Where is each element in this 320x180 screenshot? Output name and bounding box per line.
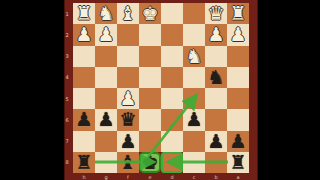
square-e8[interactable]: ♚ (139, 152, 161, 173)
square-c2[interactable] (183, 24, 205, 45)
square-g6[interactable]: ♟ (95, 109, 117, 130)
square-a1[interactable]: ♜ (227, 3, 249, 24)
square-g5[interactable] (95, 88, 117, 109)
square-b2[interactable]: ♟ (205, 24, 227, 45)
chess-board: ♜♞♝♚♛♜♟♟♟♟♞♞♟♟♟♛♟♟♟♟♜♝♚♜ (73, 3, 249, 173)
square-g7[interactable] (95, 131, 117, 152)
square-f6[interactable]: ♛ (117, 109, 139, 130)
square-f4[interactable] (117, 67, 139, 88)
square-b1[interactable]: ♛ (205, 3, 227, 24)
white-rook-h1: ♜ (73, 3, 95, 24)
square-c1[interactable] (183, 3, 205, 24)
white-king-e1: ♚ (139, 3, 161, 24)
square-b8[interactable] (205, 152, 227, 173)
chess-lesson-thumbnail: ♜♞♝♚♛♜♟♟♟♟♞♞♟♟♟♛♟♟♟♟♜♝♚♜ 12345678hgfedcb… (0, 0, 320, 180)
white-pawn-f5: ♟ (117, 88, 139, 109)
black-knight-b4: ♞ (205, 67, 227, 88)
square-b4[interactable]: ♞ (205, 67, 227, 88)
square-g4[interactable] (95, 67, 117, 88)
black-pawn-a7: ♟ (227, 131, 249, 152)
black-pawn-c6: ♟ (183, 109, 205, 130)
square-f2[interactable] (117, 24, 139, 45)
square-a2[interactable]: ♟ (227, 24, 249, 45)
square-a8[interactable]: ♜ (227, 152, 249, 173)
square-f7[interactable]: ♟ (117, 131, 139, 152)
square-c3[interactable]: ♞ (183, 46, 205, 67)
square-a6[interactable] (227, 109, 249, 130)
white-rook-a1: ♜ (227, 3, 249, 24)
black-bishop-f8: ♝ (117, 152, 139, 173)
square-f5[interactable]: ♟ (117, 88, 139, 109)
square-f8[interactable]: ♝ (117, 152, 139, 173)
square-e5[interactable] (139, 88, 161, 109)
black-pawn-h6: ♟ (73, 109, 95, 130)
square-d8[interactable] (161, 152, 183, 173)
square-d5[interactable] (161, 88, 183, 109)
square-g1[interactable]: ♞ (95, 3, 117, 24)
square-h7[interactable] (73, 131, 95, 152)
black-rook-a8: ♜ (227, 152, 249, 173)
square-d1[interactable] (161, 3, 183, 24)
square-b7[interactable]: ♟ (205, 131, 227, 152)
square-g2[interactable]: ♟ (95, 24, 117, 45)
square-f1[interactable]: ♝ (117, 3, 139, 24)
square-c5[interactable] (183, 88, 205, 109)
square-d2[interactable] (161, 24, 183, 45)
square-b5[interactable] (205, 88, 227, 109)
square-h4[interactable] (73, 67, 95, 88)
black-king-e8: ♚ (141, 154, 159, 171)
square-a5[interactable] (227, 88, 249, 109)
white-knight-g1: ♞ (95, 3, 117, 24)
square-c4[interactable] (183, 67, 205, 88)
white-queen-b1: ♛ (205, 3, 227, 24)
square-d6[interactable] (161, 109, 183, 130)
square-d7[interactable] (161, 131, 183, 152)
square-c7[interactable] (183, 131, 205, 152)
square-c6[interactable]: ♟ (183, 109, 205, 130)
black-rook-h8: ♜ (73, 152, 95, 173)
square-g8[interactable] (95, 152, 117, 173)
white-bishop-f1: ♝ (117, 3, 139, 24)
square-h8[interactable]: ♜ (73, 152, 95, 173)
square-h3[interactable] (73, 46, 95, 67)
square-f3[interactable] (117, 46, 139, 67)
square-a4[interactable] (227, 67, 249, 88)
square-e1[interactable]: ♚ (139, 3, 161, 24)
square-b6[interactable] (205, 109, 227, 130)
square-e6[interactable] (139, 109, 161, 130)
square-a3[interactable] (227, 46, 249, 67)
square-e2[interactable] (139, 24, 161, 45)
square-h1[interactable]: ♜ (73, 3, 95, 24)
square-d4[interactable] (161, 67, 183, 88)
square-g3[interactable] (95, 46, 117, 67)
white-pawn-g2: ♟ (95, 24, 117, 45)
white-pawn-b2: ♟ (205, 24, 227, 45)
black-queen-f6: ♛ (117, 109, 139, 130)
white-pawn-h2: ♟ (73, 24, 95, 45)
square-h6[interactable]: ♟ (73, 109, 95, 130)
black-pawn-b7: ♟ (205, 131, 227, 152)
square-c8[interactable] (183, 152, 205, 173)
white-pawn-a2: ♟ (227, 24, 249, 45)
square-h5[interactable] (73, 88, 95, 109)
square-e4[interactable] (139, 67, 161, 88)
square-b3[interactable] (205, 46, 227, 67)
square-a7[interactable]: ♟ (227, 131, 249, 152)
square-e3[interactable] (139, 46, 161, 67)
black-pawn-g6: ♟ (95, 109, 117, 130)
square-d3[interactable] (161, 46, 183, 67)
black-pawn-f7: ♟ (117, 131, 139, 152)
white-knight-c3: ♞ (183, 46, 205, 67)
square-h2[interactable]: ♟ (73, 24, 95, 45)
square-e7[interactable] (139, 131, 161, 152)
